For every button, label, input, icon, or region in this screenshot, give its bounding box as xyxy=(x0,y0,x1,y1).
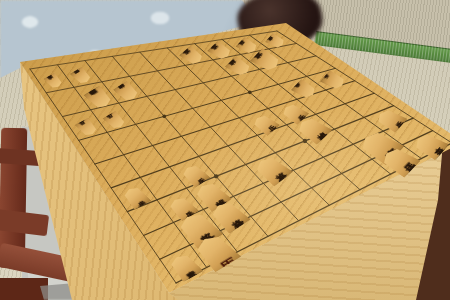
piece-kanji: 金将 xyxy=(190,54,195,58)
piece-kanji: 歩兵 xyxy=(133,195,140,199)
piece-kanji: 金将 xyxy=(268,167,276,173)
piece-kanji: 桂馬 xyxy=(79,75,84,78)
piece-kanji: 歩兵 xyxy=(179,206,186,210)
piece-kanji: 金将 xyxy=(218,49,222,53)
piece-kanji: 桂馬 xyxy=(246,44,250,48)
piece-kanji: 銀将 xyxy=(236,65,241,70)
piece-kanji: 歩兵 xyxy=(263,122,268,127)
piece-kanji: 歩兵 xyxy=(192,173,198,177)
piece-kanji: 香車 xyxy=(52,80,57,83)
piece-kanji: 歩兵 xyxy=(389,117,394,123)
piece-kanji: 香車 xyxy=(427,143,433,150)
piece-kanji: 馬 xyxy=(209,247,223,256)
piece-kanji: 銀将 xyxy=(124,90,130,94)
piece-kanji: 銀将 xyxy=(310,126,317,132)
piece-kanji: 歩兵 xyxy=(302,87,306,92)
piece-kanji: 金将 xyxy=(225,213,234,219)
piece-kanji: 歩兵 xyxy=(113,119,118,122)
piece-kanji: 銀将 xyxy=(208,193,216,199)
piece-kanji: 歩兵 xyxy=(84,126,90,129)
piece-kanji: 香車 xyxy=(181,264,189,269)
piece-kanji: 桂馬 xyxy=(396,158,403,165)
piece-kanji: 玉将 xyxy=(194,227,205,233)
shogi-photo-scene: 香車桂馬飛車銀将歩兵歩兵金将金将桂馬香車王将銀将歩兵歩兵歩兵歩兵歩兵銀将金将玉将… xyxy=(0,0,450,300)
piece-kanji: 歩兵 xyxy=(331,78,335,83)
piece-kanji: 飛車 xyxy=(95,96,102,100)
piece-kanji: 王将 xyxy=(264,58,269,64)
piece-kanji: 飛車 xyxy=(376,143,384,151)
piece-kanji: 香車 xyxy=(274,40,277,44)
piece-kanji: 歩兵 xyxy=(292,111,297,116)
